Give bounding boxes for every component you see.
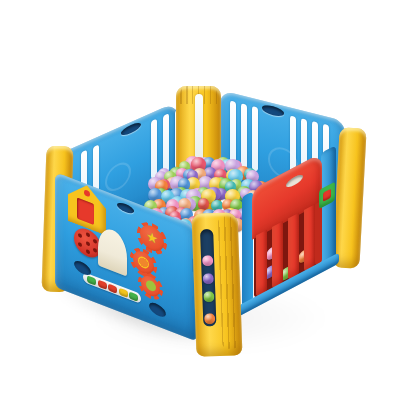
dial-dot: [78, 242, 82, 248]
gate-door-bar: [304, 204, 315, 272]
gate-door-edge: [315, 200, 322, 266]
house-button: [84, 189, 90, 197]
panel-cutout: [148, 300, 167, 320]
dial-dot: [86, 240, 90, 246]
dial-dot: [93, 248, 97, 254]
bead-tube: [83, 272, 141, 304]
dial-dot: [86, 249, 90, 255]
product-photo-canvas: ★: [0, 0, 400, 400]
gear-hub: [138, 255, 149, 270]
gear-hub: [146, 279, 156, 293]
gate-door-bar: [256, 230, 267, 298]
play-ball: [198, 198, 210, 210]
play-ball: [202, 255, 213, 266]
handle-cutout: [117, 201, 134, 216]
front-corner-post: [192, 212, 243, 357]
front-post-slot: [200, 229, 216, 326]
gate-door-bar: [272, 221, 283, 289]
dial-dot: [78, 233, 82, 239]
rattle-bead: [98, 279, 107, 289]
rattle-bead: [129, 291, 138, 301]
rattle-bead: [119, 287, 128, 297]
rattle-bead: [87, 275, 96, 285]
arch-window: [98, 225, 127, 277]
play-ball: [204, 313, 215, 324]
dial-dot: [93, 239, 97, 245]
house-door: [77, 197, 94, 225]
play-ball: [203, 273, 214, 284]
latch-button: [323, 189, 331, 202]
gate-door-bar: [288, 213, 299, 281]
dial-dot: [86, 232, 90, 238]
play-ball: [203, 291, 214, 302]
rattle-bead: [108, 283, 117, 293]
gear-toy: [138, 269, 163, 304]
